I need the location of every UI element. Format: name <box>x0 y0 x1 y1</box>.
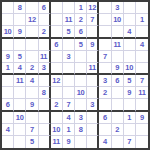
cell-r10c9[interactable]: 6 <box>99 112 111 124</box>
cell-r9c2[interactable] <box>14 99 26 111</box>
cell-r4c7[interactable]: 5 <box>75 39 87 51</box>
cell-r1c9[interactable] <box>99 2 111 14</box>
cell-r8c1[interactable] <box>2 87 14 99</box>
cell-r10c5[interactable] <box>51 112 63 124</box>
cell-r6c4[interactable]: 3 <box>39 63 51 75</box>
cell-r11c8[interactable] <box>87 124 99 136</box>
cell-r3c5[interactable] <box>51 26 63 38</box>
cell-r9c11[interactable] <box>124 99 136 111</box>
cell-r9c7[interactable] <box>75 99 87 111</box>
cell-r12c9[interactable]: 4 <box>99 136 111 148</box>
cell-r3c8[interactable] <box>87 26 99 38</box>
cell-r10c6[interactable]: 4 <box>63 112 75 124</box>
cell-r10c10[interactable] <box>112 112 124 124</box>
cell-r3c3[interactable] <box>26 26 38 38</box>
cell-r1c5[interactable] <box>51 2 63 14</box>
cell-r6c11[interactable]: 10 <box>124 63 136 75</box>
cell-r4c3[interactable] <box>26 39 38 51</box>
cell-r11c12[interactable] <box>136 124 148 136</box>
cell-r5c5[interactable] <box>51 51 63 63</box>
cell-r6c2[interactable]: 4 <box>14 63 26 75</box>
cell-r6c8[interactable]: 11 <box>87 63 99 75</box>
cell-r7c2[interactable]: 11 <box>14 75 26 87</box>
cell-r9c5[interactable]: 2 <box>51 99 63 111</box>
cell-r4c2[interactable] <box>14 39 26 51</box>
cell-r10c11[interactable]: 1 <box>124 112 136 124</box>
cell-r10c12[interactable]: 9 <box>136 112 148 124</box>
cell-r12c2[interactable] <box>14 136 26 148</box>
cell-r7c8[interactable] <box>87 75 99 87</box>
cell-r6c7[interactable] <box>75 63 87 75</box>
cell-r8c3[interactable] <box>26 87 38 99</box>
cell-r1c11[interactable] <box>124 2 136 14</box>
cell-r6c1[interactable]: 1 <box>2 63 14 75</box>
cell-r1c10[interactable]: 3 <box>112 2 124 14</box>
cell-r10c8[interactable] <box>87 112 99 124</box>
cell-r9c1[interactable]: 6 <box>2 99 14 111</box>
cell-r8c6[interactable] <box>63 87 75 99</box>
cell-r11c10[interactable]: 2 <box>112 124 124 136</box>
cell-r2c1[interactable] <box>2 14 14 26</box>
cell-r3c9[interactable] <box>99 26 111 38</box>
cell-r4c11[interactable] <box>124 39 136 51</box>
cell-r2c2[interactable] <box>14 14 26 26</box>
cell-r12c8[interactable] <box>87 136 99 148</box>
cell-r4c6[interactable] <box>63 39 75 51</box>
cell-r8c9[interactable]: 2 <box>99 87 111 99</box>
cell-r6c9[interactable] <box>99 63 111 75</box>
cell-r7c1[interactable] <box>2 75 14 87</box>
cell-r5c12[interactable] <box>136 51 148 63</box>
cell-r2c11[interactable] <box>124 14 136 26</box>
cell-r3c12[interactable] <box>136 26 148 38</box>
cell-r7c5[interactable]: 12 <box>51 75 63 87</box>
cell-r7c3[interactable]: 4 <box>26 75 38 87</box>
cell-r10c4[interactable] <box>39 112 51 124</box>
cell-r3c1[interactable]: 10 <box>2 26 14 38</box>
cell-r9c9[interactable] <box>99 99 111 111</box>
cell-r1c6[interactable] <box>63 2 75 14</box>
cell-r5c11[interactable] <box>124 51 136 63</box>
cell-r3c11[interactable]: 4 <box>124 26 136 38</box>
cell-r10c2[interactable]: 10 <box>14 112 26 124</box>
cell-r2c6[interactable]: 11 <box>63 14 75 26</box>
cell-r4c12[interactable]: 4 <box>136 39 148 51</box>
cell-r11c3[interactable]: 7 <box>26 124 38 136</box>
cell-r2c8[interactable]: 7 <box>87 14 99 26</box>
cell-r12c7[interactable] <box>75 136 87 148</box>
cell-r4c4[interactable] <box>39 39 51 51</box>
cell-r12c3[interactable]: 5 <box>26 136 38 148</box>
cell-r8c7[interactable]: 10 <box>75 87 87 99</box>
cell-r7c10[interactable]: 6 <box>112 75 124 87</box>
cell-r2c7[interactable]: 2 <box>75 14 87 26</box>
cell-r8c4[interactable]: 8 <box>39 87 51 99</box>
cell-r5c9[interactable]: 7 <box>99 51 111 63</box>
cell-r11c9[interactable] <box>99 124 111 136</box>
cell-r5c1[interactable]: 9 <box>2 51 14 63</box>
cell-r10c3[interactable] <box>26 112 38 124</box>
cell-r10c7[interactable]: 3 <box>75 112 87 124</box>
cell-r4c10[interactable]: 11 <box>112 39 124 51</box>
cell-r1c1[interactable] <box>2 2 14 14</box>
cell-r5c7[interactable] <box>75 51 87 63</box>
cell-r9c4[interactable] <box>39 99 51 111</box>
cell-r4c5[interactable]: 6 <box>51 39 63 51</box>
cell-r7c12[interactable]: 7 <box>136 75 148 87</box>
cell-r12c4[interactable] <box>39 136 51 148</box>
cell-r2c9[interactable] <box>99 14 111 26</box>
cell-r11c1[interactable]: 4 <box>2 124 14 136</box>
cell-r12c12[interactable] <box>136 136 148 148</box>
cell-r7c4[interactable] <box>39 75 51 87</box>
cell-r8c2[interactable] <box>14 87 26 99</box>
cell-r9c8[interactable]: 3 <box>87 99 99 111</box>
cell-r1c4[interactable]: 6 <box>39 2 51 14</box>
cell-r3c7[interactable]: 6 <box>75 26 87 38</box>
cell-r3c4[interactable]: 2 <box>39 26 51 38</box>
cell-r11c11[interactable] <box>124 124 136 136</box>
cell-r11c6[interactable]: 1 <box>63 124 75 136</box>
cell-r1c2[interactable]: 8 <box>14 2 26 14</box>
cell-r2c5[interactable] <box>51 14 63 26</box>
cell-r2c3[interactable]: 12 <box>26 14 38 26</box>
cell-r12c1[interactable] <box>2 136 14 148</box>
cell-r9c6[interactable]: 7 <box>63 99 75 111</box>
cell-r9c10[interactable] <box>112 99 124 111</box>
sudoku-board: 8611231211271011092564659114951137142311… <box>0 0 150 150</box>
cell-r5c4[interactable]: 11 <box>39 51 51 63</box>
cell-r7c6[interactable] <box>63 75 75 87</box>
cell-r12c11[interactable]: 7 <box>124 136 136 148</box>
cell-r11c2[interactable] <box>14 124 26 136</box>
cell-r5c2[interactable]: 5 <box>14 51 26 63</box>
cell-r5c8[interactable] <box>87 51 99 63</box>
cell-r5c6[interactable]: 3 <box>63 51 75 63</box>
cell-r4c1[interactable] <box>2 39 14 51</box>
cell-r3c2[interactable]: 9 <box>14 26 26 38</box>
cell-r6c10[interactable]: 9 <box>112 63 124 75</box>
cell-r6c5[interactable] <box>51 63 63 75</box>
cell-r7c9[interactable]: 3 <box>99 75 111 87</box>
cell-r7c11[interactable]: 5 <box>124 75 136 87</box>
cell-r1c12[interactable] <box>136 2 148 14</box>
cell-r3c10[interactable] <box>112 26 124 38</box>
cell-r3c6[interactable]: 5 <box>63 26 75 38</box>
cell-r8c5[interactable] <box>51 87 63 99</box>
cell-r9c3[interactable]: 9 <box>26 99 38 111</box>
cell-r8c12[interactable]: 11 <box>136 87 148 99</box>
cell-r5c10[interactable] <box>112 51 124 63</box>
cell-r12c5[interactable]: 11 <box>51 136 63 148</box>
cell-r7c7[interactable] <box>75 75 87 87</box>
cell-r8c8[interactable] <box>87 87 99 99</box>
cell-r8c10[interactable] <box>112 87 124 99</box>
cell-r11c4[interactable] <box>39 124 51 136</box>
cell-r11c5[interactable]: 10 <box>51 124 63 136</box>
cell-r4c9[interactable] <box>99 39 111 51</box>
cell-r6c12[interactable] <box>136 63 148 75</box>
cell-r1c3[interactable] <box>26 2 38 14</box>
cell-r1c8[interactable]: 12 <box>87 2 99 14</box>
cell-r2c10[interactable]: 10 <box>112 14 124 26</box>
cell-r10c1[interactable] <box>2 112 14 124</box>
cell-r9c12[interactable] <box>136 99 148 111</box>
cell-r1c7[interactable]: 1 <box>75 2 87 14</box>
cell-r12c6[interactable]: 9 <box>63 136 75 148</box>
cell-r5c3[interactable] <box>26 51 38 63</box>
cell-r2c4[interactable] <box>39 14 51 26</box>
cell-r8c11[interactable]: 9 <box>124 87 136 99</box>
cell-r6c6[interactable] <box>63 63 75 75</box>
cell-r4c8[interactable]: 9 <box>87 39 99 51</box>
cell-r12c10[interactable] <box>112 136 124 148</box>
cell-r6c3[interactable]: 2 <box>26 63 38 75</box>
cell-r11c7[interactable]: 8 <box>75 124 87 136</box>
cell-r2c12[interactable]: 1 <box>136 14 148 26</box>
